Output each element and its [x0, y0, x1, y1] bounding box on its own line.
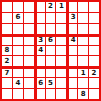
cell-r9c3[interactable] [24, 89, 34, 99]
cell-r6c5[interactable] [46, 56, 56, 66]
cell-r2c3[interactable] [24, 13, 34, 23]
cell-r8c4[interactable]: 6 [35, 78, 45, 88]
cell-r3c2[interactable] [13, 24, 23, 34]
cell-r3c1[interactable] [2, 24, 12, 34]
cell-r3c4[interactable] [35, 24, 45, 34]
cell-r2c9[interactable] [89, 13, 99, 23]
cell-r9c9[interactable] [89, 89, 99, 99]
cell-r9c4[interactable] [35, 89, 45, 99]
cell-r4c5[interactable]: 6 [46, 35, 56, 45]
cell-r1c2[interactable] [13, 2, 23, 12]
cell-r5c2[interactable] [13, 46, 23, 56]
cell-r6c1[interactable]: 2 [2, 56, 12, 66]
cell-r6c7[interactable] [67, 56, 77, 66]
cell-r2c7[interactable]: 3 [67, 13, 77, 23]
cell-r6c8[interactable] [78, 56, 88, 66]
cell-r6c4[interactable] [35, 56, 45, 66]
cell-r4c3[interactable] [24, 35, 34, 45]
cell-r8c2[interactable]: 4 [13, 78, 23, 88]
cell-r1c5[interactable]: 2 [46, 2, 56, 12]
cell-r5c1[interactable]: 8 [2, 46, 12, 56]
cell-r5c6[interactable] [56, 46, 66, 56]
cell-r5c5[interactable] [46, 46, 56, 56]
cell-r1c4[interactable] [35, 2, 45, 12]
sudoku-board: 21633648427124658 [0, 0, 101, 101]
cell-r4c1[interactable] [2, 35, 12, 45]
cell-r9c8[interactable]: 8 [78, 89, 88, 99]
cell-r4c2[interactable] [13, 35, 23, 45]
cell-r9c1[interactable] [2, 89, 12, 99]
cell-r2c1[interactable] [2, 13, 12, 23]
cell-r1c1[interactable] [2, 2, 12, 12]
cell-r4c6[interactable] [56, 35, 66, 45]
cell-r4c4[interactable]: 3 [35, 35, 45, 45]
cell-r1c3[interactable] [24, 2, 34, 12]
cell-r4c7[interactable]: 4 [67, 35, 77, 45]
sudoku-puzzle: 21633648427124658 [0, 0, 101, 101]
cell-r8c3[interactable] [24, 78, 34, 88]
cell-r7c5[interactable] [46, 67, 56, 77]
cell-r3c3[interactable] [24, 24, 34, 34]
cell-r4c8[interactable] [78, 35, 88, 45]
cell-r3c6[interactable] [56, 24, 66, 34]
cell-r7c9[interactable]: 2 [89, 67, 99, 77]
cell-r7c1[interactable]: 7 [2, 67, 12, 77]
cell-r7c7[interactable] [67, 67, 77, 77]
cell-r6c6[interactable] [56, 56, 66, 66]
cell-r8c1[interactable] [2, 78, 12, 88]
cell-r6c9[interactable] [89, 56, 99, 66]
cell-r5c9[interactable] [89, 46, 99, 56]
cell-r8c8[interactable] [78, 78, 88, 88]
cell-r8c7[interactable] [67, 78, 77, 88]
cell-r3c9[interactable] [89, 24, 99, 34]
cell-r1c9[interactable] [89, 2, 99, 12]
cell-r7c2[interactable] [13, 67, 23, 77]
cell-r8c5[interactable]: 5 [46, 78, 56, 88]
cell-r1c8[interactable] [78, 2, 88, 12]
cell-r7c8[interactable]: 1 [78, 67, 88, 77]
cell-r2c6[interactable] [56, 13, 66, 23]
cell-r2c4[interactable] [35, 13, 45, 23]
cell-r2c2[interactable]: 6 [13, 13, 23, 23]
cell-r9c7[interactable] [67, 89, 77, 99]
cell-r1c7[interactable] [67, 2, 77, 12]
cell-r4c9[interactable] [89, 35, 99, 45]
cell-r6c3[interactable] [24, 56, 34, 66]
cell-r5c3[interactable] [24, 46, 34, 56]
cell-r9c5[interactable] [46, 89, 56, 99]
cell-r8c6[interactable] [56, 78, 66, 88]
cell-r8c9[interactable] [89, 78, 99, 88]
cell-r7c3[interactable] [24, 67, 34, 77]
cell-r3c5[interactable] [46, 24, 56, 34]
cell-r1c6[interactable]: 1 [56, 2, 66, 12]
cell-r5c8[interactable] [78, 46, 88, 56]
cell-r9c2[interactable] [13, 89, 23, 99]
cell-r2c8[interactable] [78, 13, 88, 23]
cell-r9c6[interactable] [56, 89, 66, 99]
cell-r7c6[interactable] [56, 67, 66, 77]
cell-r3c8[interactable] [78, 24, 88, 34]
cell-r6c2[interactable] [13, 56, 23, 66]
cell-r5c4[interactable]: 4 [35, 46, 45, 56]
cell-r3c7[interactable] [67, 24, 77, 34]
cell-r5c7[interactable] [67, 46, 77, 56]
cell-r7c4[interactable] [35, 67, 45, 77]
cell-r2c5[interactable] [46, 13, 56, 23]
